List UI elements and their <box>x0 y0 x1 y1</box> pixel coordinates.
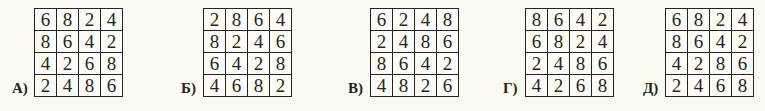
grid-cell: 4 <box>415 9 436 30</box>
grid-cell: 2 <box>437 53 458 74</box>
grid-cell: 8 <box>57 9 78 30</box>
grid-cell: 8 <box>270 53 291 74</box>
grid-cell: 2 <box>732 31 753 52</box>
option-b-grid: 2864824664284682 <box>203 8 292 97</box>
grid-cell: 4 <box>270 9 291 30</box>
grid-cell: 2 <box>526 53 547 74</box>
grid-cell: 6 <box>732 53 753 74</box>
grid-cell: 2 <box>371 31 392 52</box>
grid-cell: 8 <box>101 53 122 74</box>
grid-cell: 2 <box>710 9 731 30</box>
grid-cell: 8 <box>371 53 392 74</box>
grid-cell: 8 <box>666 31 687 52</box>
grid-cell: 2 <box>204 9 225 30</box>
grid-cell: 6 <box>204 53 225 74</box>
grid-cell: 2 <box>79 9 100 30</box>
grid-cell: 6 <box>226 75 247 96</box>
grid-cell: 2 <box>415 75 436 96</box>
grid-cell: 8 <box>393 75 414 96</box>
grid-cell: 6 <box>666 9 687 30</box>
option-b[interactable]: Б) 2864824664284682 <box>181 8 292 97</box>
grid-cell: 8 <box>570 53 591 74</box>
grid-cell: 8 <box>226 9 247 30</box>
grid-cell: 2 <box>35 75 56 96</box>
grid-cell: 6 <box>688 31 709 52</box>
grid-cell: 6 <box>393 53 414 74</box>
grid-cell: 2 <box>570 31 591 52</box>
grid-cell: 8 <box>592 75 613 96</box>
option-d[interactable]: Д) 6824864242862468 <box>643 8 754 97</box>
grid-cell: 8 <box>204 31 225 52</box>
grid-cell: 2 <box>688 53 709 74</box>
grid-cell: 2 <box>248 53 269 74</box>
grid-cell: 4 <box>570 9 591 30</box>
grid-cell: 4 <box>526 75 547 96</box>
grid-cell: 2 <box>57 53 78 74</box>
grid-cell: 4 <box>666 53 687 74</box>
grid-cell: 8 <box>248 75 269 96</box>
grid-cell: 4 <box>57 75 78 96</box>
grid-cell: 4 <box>101 9 122 30</box>
grid-cell: 2 <box>226 31 247 52</box>
grid-cell: 8 <box>732 75 753 96</box>
grid-cell: 8 <box>548 31 569 52</box>
option-g[interactable]: Г) 8642682424864268 <box>503 8 614 97</box>
grid-cell: 2 <box>592 9 613 30</box>
grid-cell: 2 <box>393 9 414 30</box>
grid-cell: 6 <box>526 31 547 52</box>
answer-options-sheet: А) 6824864242682486 Б) 2864824664284682 … <box>0 0 765 111</box>
grid-cell: 6 <box>248 9 269 30</box>
grid-cell: 2 <box>666 75 687 96</box>
grid-cell: 8 <box>437 9 458 30</box>
grid-cell: 2 <box>270 75 291 96</box>
grid-cell: 4 <box>79 31 100 52</box>
grid-cell: 4 <box>204 75 225 96</box>
option-a-label: А) <box>12 81 31 97</box>
grid-cell: 6 <box>592 53 613 74</box>
grid-cell: 4 <box>688 75 709 96</box>
grid-cell: 4 <box>248 31 269 52</box>
option-g-label: Г) <box>503 81 522 97</box>
option-a-grid: 6824864242682486 <box>34 8 123 97</box>
grid-cell: 6 <box>437 31 458 52</box>
grid-cell: 6 <box>270 31 291 52</box>
grid-cell: 8 <box>35 31 56 52</box>
option-d-label: Д) <box>643 81 662 97</box>
grid-cell: 6 <box>101 75 122 96</box>
grid-cell: 6 <box>35 9 56 30</box>
option-v-grid: 6248248686424826 <box>370 8 459 97</box>
option-b-label: Б) <box>181 81 200 97</box>
option-g-grid: 8642682424864268 <box>525 8 614 97</box>
option-a[interactable]: А) 6824864242682486 <box>12 8 123 97</box>
grid-cell: 6 <box>570 75 591 96</box>
option-v[interactable]: В) 6248248686424826 <box>348 8 459 97</box>
grid-cell: 4 <box>592 31 613 52</box>
grid-cell: 6 <box>710 75 731 96</box>
grid-cell: 4 <box>710 31 731 52</box>
option-d-grid: 6824864242862468 <box>665 8 754 97</box>
grid-cell: 4 <box>415 53 436 74</box>
grid-cell: 6 <box>437 75 458 96</box>
option-v-label: В) <box>348 81 367 97</box>
grid-cell: 6 <box>57 31 78 52</box>
grid-cell: 8 <box>688 9 709 30</box>
grid-cell: 4 <box>393 31 414 52</box>
grid-cell: 4 <box>548 53 569 74</box>
grid-cell: 8 <box>415 31 436 52</box>
grid-cell: 8 <box>79 75 100 96</box>
grid-cell: 2 <box>548 75 569 96</box>
grid-cell: 6 <box>79 53 100 74</box>
grid-cell: 4 <box>35 53 56 74</box>
grid-cell: 4 <box>371 75 392 96</box>
grid-cell: 4 <box>226 53 247 74</box>
grid-cell: 8 <box>526 9 547 30</box>
grid-cell: 2 <box>101 31 122 52</box>
grid-cell: 4 <box>732 9 753 30</box>
grid-cell: 6 <box>371 9 392 30</box>
grid-cell: 6 <box>548 9 569 30</box>
grid-cell: 8 <box>710 53 731 74</box>
